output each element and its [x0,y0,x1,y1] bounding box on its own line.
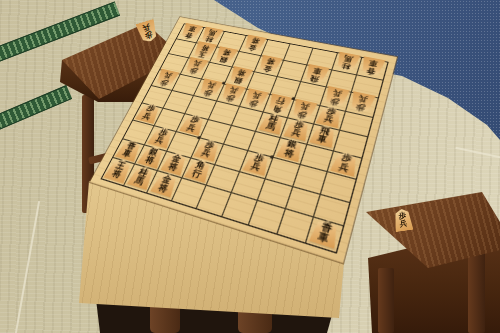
piece-kanji: 歩兵 [296,101,311,119]
white-P-piece-2c[interactable]: 歩兵 [322,86,350,109]
piece-kanji: 桂馬 [133,167,150,187]
white-L-piece-1a[interactable]: 香車 [359,57,386,78]
piece-kanji: 金将 [262,57,276,73]
piece-kanji: 歩兵 [322,107,337,125]
piece-kanji: 桂馬 [264,114,280,132]
piece-kanji: 香車 [121,141,138,159]
piece-kanji: 歩兵 [224,85,239,102]
piece-kanji: 桂馬 [204,29,218,43]
piece-kanji: 歩兵 [141,104,157,121]
piece-kanji: 銀将 [282,140,298,159]
right-komadai: 歩兵 [330,180,500,333]
piece-kanji: 金将 [166,153,183,172]
piece-kanji: 王将 [110,160,127,179]
piece-kanji: 歩兵 [153,128,169,146]
piece-kanji: 角行 [272,96,287,113]
piece-kanji: 歩兵 [337,153,353,174]
piece-kanji: 歩兵 [355,94,370,112]
piece-kanji: 桂馬 [340,54,354,70]
piece-kanji: 金将 [156,174,173,194]
piece-kanji: 歩兵 [141,23,153,40]
piece-kanji: 銀将 [143,147,160,166]
piece-kanji: 歩兵 [290,120,306,139]
stand-leg [378,268,394,333]
piece-kanji: 歩兵 [248,91,263,108]
stand-leg [468,250,485,333]
piece-kanji: 金将 [247,37,261,52]
piece-kanji: 香車 [184,25,198,39]
piece-kanji: 歩兵 [159,71,174,86]
piece-kanji: 銀将 [232,69,247,85]
tatami-seam [455,147,500,159]
piece-kanji: 歩兵 [249,153,265,173]
piece-kanji: 飛車 [309,66,323,82]
piece-kanji: 香車 [366,59,380,75]
piece-kanji: 玉将 [196,44,211,59]
piece-kanji: 歩兵 [398,212,408,228]
piece-kanji: 飛車 [316,126,332,145]
piece-kanji: 歩兵 [202,80,217,96]
piece-kanji: 歩兵 [185,115,201,133]
piece-kanji: 角行 [190,160,207,180]
photo-scene: 歩兵 香車桂馬金将桂馬香車玉将銀将金将飛車歩兵銀将歩兵歩兵歩兵歩兵歩兵歩兵角行歩… [0,0,500,333]
piece-kanji: 歩兵 [199,140,215,159]
piece-kanji: 歩兵 [188,59,203,74]
piece-kanji: 歩兵 [328,89,343,106]
piece-kanji: 銀将 [218,48,233,63]
white-N-piece-2a[interactable]: 桂馬 [334,52,361,73]
